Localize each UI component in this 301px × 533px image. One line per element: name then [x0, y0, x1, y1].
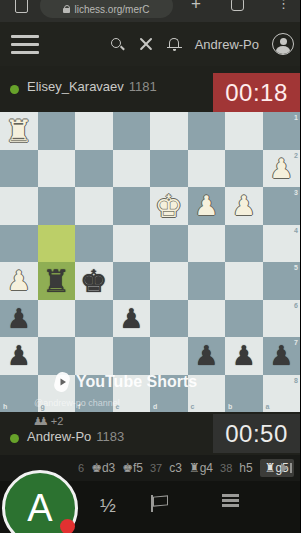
file-label-d: d: [153, 403, 157, 410]
square-d2[interactable]: [150, 150, 188, 188]
avatar-letter: A: [27, 489, 52, 527]
bottom-player-rating: 1183: [96, 429, 124, 444]
square-d1[interactable]: [150, 112, 188, 150]
square-b6[interactable]: [225, 300, 263, 338]
chess-board[interactable]: 1234567hgfedcb8a♜♟♚♟♟♟♜♚♟♟♟♟♟♟: [0, 112, 300, 412]
square-d4[interactable]: [150, 225, 188, 263]
browser-tab-icon[interactable]: [15, 0, 28, 13]
crossed-swords-icon[interactable]: [138, 36, 154, 52]
move-Kd3[interactable]: ♚d3: [91, 461, 115, 475]
black-rook-g5[interactable]: ♜: [38, 262, 76, 300]
square-b1[interactable]: [225, 112, 263, 150]
move-number: 37: [150, 462, 162, 474]
square-g6[interactable]: [38, 300, 76, 338]
resign-flag-icon[interactable]: [151, 495, 173, 513]
square-g7[interactable]: [38, 337, 76, 375]
square-f6[interactable]: [75, 300, 113, 338]
square-e4[interactable]: [113, 225, 151, 263]
move-h5[interactable]: h5: [239, 461, 252, 475]
top-player-name[interactable]: Elisey_Karavaev1181: [27, 79, 157, 94]
square-g2[interactable]: [38, 150, 76, 188]
square-g1[interactable]: [38, 112, 76, 150]
square-b2[interactable]: [225, 150, 263, 188]
header-username[interactable]: Andrew-Po: [195, 37, 259, 52]
top-player-clock: 00:18: [213, 73, 300, 112]
black-pawn-a7[interactable]: ♟: [263, 337, 301, 375]
channel-handle: @andrew-po channel: [34, 398, 120, 408]
file-label-c: c: [191, 403, 195, 410]
shorts-label: YouTube Shorts: [76, 373, 197, 391]
bottom-action-bar: A ½: [0, 481, 300, 533]
move-list[interactable]: 6♚d3♚f537c3♜g438h5♜g5: [78, 459, 294, 477]
move-c3[interactable]: c3: [169, 461, 182, 475]
rank-label-8: 8: [294, 377, 298, 384]
user-avatar-icon[interactable]: [272, 33, 294, 55]
white-pawn-c3[interactable]: ♟: [188, 187, 226, 225]
offer-draw-button[interactable]: ½: [100, 495, 116, 517]
browser-menu-icon[interactable]: ⋮: [277, 0, 290, 14]
square-c5[interactable]: [188, 262, 226, 300]
square-h2[interactable]: [0, 150, 38, 188]
online-dot: [10, 434, 19, 443]
square-e2[interactable]: [113, 150, 151, 188]
square-c6[interactable]: [188, 300, 226, 338]
square-e7[interactable]: [113, 337, 151, 375]
url-bar[interactable]: lichess.org/merC: [40, 0, 173, 18]
square-d5[interactable]: [150, 262, 188, 300]
url-text: lichess.org/merC: [74, 4, 149, 15]
material-advantage: ♟♟+2: [33, 415, 63, 428]
white-king-d3[interactable]: ♚: [150, 187, 188, 225]
square-b4[interactable]: [225, 225, 263, 263]
square-h4[interactable]: [0, 225, 38, 263]
square-c4[interactable]: [188, 225, 226, 263]
move-number: 6: [78, 462, 84, 474]
square-f1[interactable]: [75, 112, 113, 150]
black-pawn-b7[interactable]: ♟: [225, 337, 263, 375]
bell-icon[interactable]: [167, 37, 182, 52]
square-g3[interactable]: [38, 187, 76, 225]
black-pawn-h6[interactable]: ♟: [0, 300, 38, 338]
black-king-f5[interactable]: ♚: [75, 262, 113, 300]
square-e5[interactable]: [113, 262, 151, 300]
move-Kf5[interactable]: ♚f5: [122, 461, 143, 475]
black-pawn-h7[interactable]: ♟: [0, 337, 38, 375]
square-e1[interactable]: [113, 112, 151, 150]
file-label-h: h: [3, 403, 7, 410]
notification-dot: [60, 519, 75, 533]
black-pawn-c7[interactable]: ♟: [188, 337, 226, 375]
file-label-a: a: [266, 403, 270, 410]
bottom-player-clock: 00:50: [213, 414, 300, 453]
captured-pawns-icon: ♟♟: [33, 415, 45, 428]
rank-label-4: 4: [294, 227, 298, 234]
lock-icon: [63, 5, 70, 13]
tab-count-icon[interactable]: [231, 0, 244, 11]
hamburger-menu-icon[interactable]: [11, 35, 39, 54]
file-label-b: b: [228, 403, 232, 410]
black-pawn-e6[interactable]: ♟: [113, 300, 151, 338]
rank-label-6: 6: [294, 302, 298, 309]
move-number: 38: [220, 462, 232, 474]
shorts-logo-icon: [53, 371, 71, 393]
square-c1[interactable]: [188, 112, 226, 150]
square-f3[interactable]: [75, 187, 113, 225]
game-menu-icon[interactable]: [222, 494, 239, 510]
square-g4[interactable]: [38, 225, 76, 263]
top-player-bar: Elisey_Karavaev1181 00:18: [0, 66, 300, 112]
site-header: Andrew-Po: [0, 22, 300, 66]
square-d6[interactable]: [150, 300, 188, 338]
square-f7[interactable]: [75, 337, 113, 375]
bottom-player-name[interactable]: Andrew-Po1183: [27, 429, 124, 444]
phone-screen: lichess.org/merC + ⋮ Andrew-Po Elisey_Ka…: [0, 0, 300, 533]
move-Rg4[interactable]: ♜g4: [189, 461, 213, 475]
square-d7[interactable]: [150, 337, 188, 375]
square-b5[interactable]: [225, 262, 263, 300]
square-c2[interactable]: [188, 150, 226, 188]
white-rook-h1[interactable]: ♜: [0, 112, 38, 150]
top-player-rating: 1181: [129, 79, 157, 94]
search-icon[interactable]: [110, 37, 125, 52]
rank-label-5: 5: [294, 264, 298, 271]
skip-to-end-icon[interactable]: [281, 463, 292, 473]
square-h3[interactable]: [0, 187, 38, 225]
new-tab-icon[interactable]: +: [189, 0, 203, 14]
white-pawn-h5[interactable]: ♟: [0, 262, 38, 300]
bottom-player-bar: ♟♟+2 Andrew-Po1183 00:50: [0, 412, 300, 455]
square-f2[interactable]: [75, 150, 113, 188]
youtube-shorts-watermark: YouTube Shorts: [53, 371, 197, 393]
white-pawn-a2[interactable]: ♟: [263, 150, 301, 188]
rank-label-1: 1: [294, 114, 298, 121]
online-dot: [10, 85, 19, 94]
square-e3[interactable]: [113, 187, 151, 225]
rank-label-3: 3: [294, 189, 298, 196]
square-f4[interactable]: [75, 225, 113, 263]
white-pawn-b3[interactable]: ♟: [225, 187, 263, 225]
browser-bar: lichess.org/merC + ⋮: [0, 0, 300, 22]
